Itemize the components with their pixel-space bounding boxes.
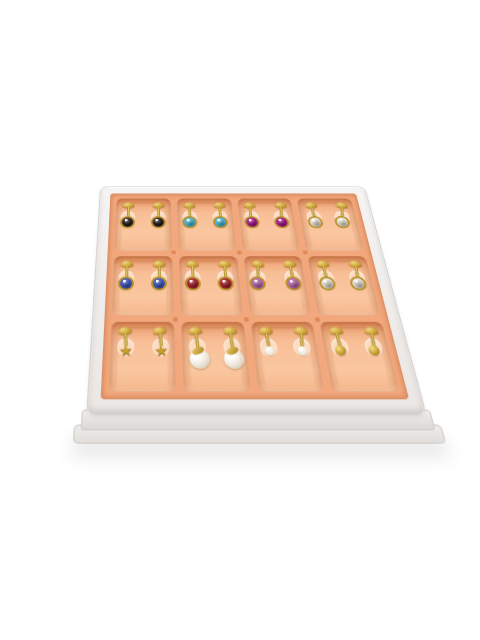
crystal-stone [246, 218, 258, 227]
compartment-r1c3 [237, 199, 300, 251]
compartment-r3c2 [181, 322, 250, 391]
earring [358, 326, 391, 380]
compartment-r1c4 [297, 199, 364, 251]
earring [331, 201, 354, 242]
earring [179, 202, 201, 242]
earring [181, 260, 205, 306]
compartment-r1c1 [114, 199, 171, 251]
earring [300, 202, 331, 243]
earring [270, 202, 294, 242]
crystal-stone [276, 217, 288, 227]
clear-case: ★★ [86, 186, 427, 415]
earring-post [256, 266, 259, 279]
earring [323, 326, 360, 380]
compartment-r3c3 [250, 322, 324, 391]
earring-post [158, 266, 161, 279]
earring [310, 260, 343, 306]
crystal-stone [215, 218, 227, 227]
earring [148, 202, 169, 242]
earring [253, 326, 287, 380]
earring [343, 260, 373, 306]
compartment-r3c1: ★★ [109, 322, 176, 391]
crystal-stone [120, 278, 132, 289]
compartment-r3c4 [320, 322, 399, 391]
earring [218, 326, 250, 387]
earring [288, 326, 316, 380]
star-charm: ★ [154, 343, 169, 358]
earring [117, 202, 138, 242]
earring [183, 326, 216, 388]
crystal-stone [153, 278, 165, 289]
earring [278, 260, 310, 306]
earring: ★ [148, 326, 177, 381]
crystal-stone [219, 278, 232, 289]
earring-post [191, 266, 195, 279]
compartment-r1c2 [177, 199, 236, 251]
crystal-stone [336, 217, 348, 227]
earring [209, 202, 233, 242]
earring-post [223, 266, 227, 279]
earring: ★ [113, 326, 140, 381]
crystal-stone [184, 218, 196, 227]
compartment-r2c2 [179, 256, 243, 316]
tray: ★★ [101, 194, 409, 400]
compartment-r2c3 [243, 256, 311, 316]
compartment-r2c4 [308, 256, 381, 316]
earring [213, 260, 239, 306]
crystal-stone [122, 218, 133, 227]
crystal-stone [187, 278, 199, 289]
earring [239, 202, 264, 242]
earring [115, 260, 138, 306]
photo-scene: ★★ [0, 0, 480, 640]
earring [246, 259, 269, 306]
star-charm: ★ [119, 343, 133, 358]
crystal-stone [251, 277, 263, 289]
pearl [222, 349, 245, 370]
display-box: ★★ [86, 186, 427, 415]
earring [148, 260, 170, 306]
compartment-r2c1 [112, 256, 174, 316]
pearl [188, 349, 211, 371]
earring-post [125, 266, 128, 279]
crystal-stone [153, 218, 164, 227]
